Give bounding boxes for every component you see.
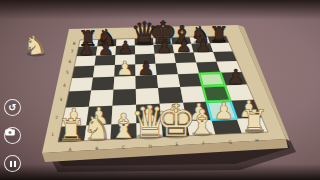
square-e5[interactable] (156, 63, 178, 75)
piece-white-pawn-c5[interactable]: ♟ (116, 57, 134, 80)
square-f5[interactable] (176, 62, 199, 74)
camera-button[interactable] (4, 127, 21, 144)
piece-black-pawn-c7[interactable]: ♟ (117, 37, 133, 58)
captured-white-knight: ♞ (22, 29, 49, 62)
rank-label-8: 8 (73, 41, 76, 46)
piece-black-pawn-b7[interactable]: ♟ (98, 38, 114, 59)
piece-white-rook-a1[interactable]: ♜ (57, 112, 85, 148)
file-label-H: H (255, 138, 258, 143)
square-a5[interactable] (72, 66, 95, 79)
square-b4[interactable] (91, 77, 114, 91)
game-scene: ABCDEFGH12345678♜♞♛♚♝♞♜♟♟♟♟♟♟♟♟♟♟♟♟♟♟♟♟♜… (0, 0, 320, 180)
rank-label-3: 3 (59, 97, 62, 102)
camera-icon (5, 128, 15, 136)
piece-black-pawn-d5[interactable]: ♟ (137, 57, 155, 80)
piece-black-pawn-f7[interactable]: ♟ (176, 35, 192, 56)
undo-arrow-icon: ↺ (8, 103, 16, 113)
piece-black-pawn-e7[interactable]: ♟ (156, 36, 172, 57)
square-e4[interactable] (157, 74, 181, 88)
piece-white-rook-h1[interactable]: ♜ (241, 103, 269, 139)
piece-black-rook-h8[interactable]: ♜ (209, 22, 229, 47)
piece-white-bishop-f1[interactable]: ♝ (187, 102, 218, 142)
square-a4[interactable] (69, 78, 93, 92)
rank-label-4: 4 (63, 83, 66, 88)
chess-board: ABCDEFGH12345678♜♞♛♚♝♞♜♟♟♟♟♟♟♟♟♟♟♟♟♟♟♟♟♜… (0, 0, 320, 180)
piece-black-pawn-g7[interactable]: ♟ (195, 35, 211, 56)
rank-label-7: 7 (71, 49, 74, 54)
file-label-G: G (228, 140, 232, 145)
undo-button[interactable]: ↺ (4, 99, 21, 116)
pause-button[interactable] (4, 155, 21, 172)
piece-black-pawn-a7[interactable]: ♟ (78, 38, 94, 59)
pause-icon (10, 161, 16, 167)
rank-label-6: 6 (69, 59, 72, 64)
rank-label-1: 1 (51, 132, 54, 137)
square-b5[interactable] (93, 65, 115, 77)
piece-black-pawn-h4[interactable]: ♟ (227, 65, 245, 89)
rank-label-5: 5 (66, 70, 69, 75)
